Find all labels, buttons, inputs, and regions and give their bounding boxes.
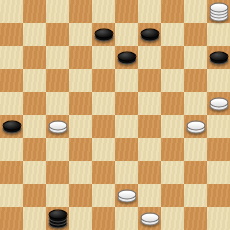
square-r5c5 xyxy=(92,92,115,115)
square-r10c2 xyxy=(23,207,46,230)
square-r9c7 xyxy=(138,184,161,207)
square-46[interactable] xyxy=(0,207,23,230)
square-r7c1 xyxy=(0,138,23,161)
white-man-piece[interactable] xyxy=(186,120,205,133)
black-man-piece[interactable] xyxy=(209,51,228,64)
disc-top xyxy=(209,97,228,107)
black-man-piece[interactable] xyxy=(2,120,21,133)
square-25[interactable] xyxy=(207,92,230,115)
square-r7c9 xyxy=(184,138,207,161)
square-r9c5 xyxy=(92,184,115,207)
square-r2c2 xyxy=(23,23,46,46)
square-34[interactable] xyxy=(161,138,184,161)
square-r8c10 xyxy=(207,161,230,184)
square-47[interactable] xyxy=(46,207,69,230)
draughts-board xyxy=(0,0,230,230)
square-r2c6 xyxy=(115,23,138,46)
square-17[interactable] xyxy=(46,69,69,92)
square-r9c1 xyxy=(0,184,23,207)
square-r10c10 xyxy=(207,207,230,230)
square-r6c8 xyxy=(161,115,184,138)
square-r3c1 xyxy=(0,46,23,69)
black-man-piece[interactable] xyxy=(140,28,159,41)
square-r6c2 xyxy=(23,115,46,138)
square-38[interactable] xyxy=(92,161,115,184)
square-r5c3 xyxy=(46,92,69,115)
square-r5c9 xyxy=(184,92,207,115)
square-31[interactable] xyxy=(23,138,46,161)
square-16[interactable] xyxy=(0,69,23,92)
square-r2c10 xyxy=(207,23,230,46)
square-29[interactable] xyxy=(138,115,161,138)
square-r3c3 xyxy=(46,46,69,69)
white-man-piece[interactable] xyxy=(140,212,159,225)
square-r1c9 xyxy=(184,0,207,23)
square-r6c6 xyxy=(115,115,138,138)
disc-top xyxy=(2,120,21,130)
square-22[interactable] xyxy=(69,92,92,115)
square-r2c8 xyxy=(161,23,184,46)
square-45[interactable] xyxy=(207,184,230,207)
square-r9c3 xyxy=(46,184,69,207)
black-man-piece[interactable] xyxy=(94,28,113,41)
square-r10c6 xyxy=(115,207,138,230)
square-r3c5 xyxy=(92,46,115,69)
square-r8c4 xyxy=(69,161,92,184)
square-r6c4 xyxy=(69,115,92,138)
square-8[interactable] xyxy=(92,23,115,46)
square-32[interactable] xyxy=(69,138,92,161)
square-48[interactable] xyxy=(92,207,115,230)
disc-top xyxy=(140,28,159,38)
square-10[interactable] xyxy=(184,23,207,46)
square-36[interactable] xyxy=(0,161,23,184)
disc-top xyxy=(140,212,159,222)
disc-top xyxy=(186,120,205,130)
square-12[interactable] xyxy=(69,46,92,69)
square-3[interactable] xyxy=(115,0,138,23)
square-r2c4 xyxy=(69,23,92,46)
square-r1c5 xyxy=(92,0,115,23)
square-6[interactable] xyxy=(0,23,23,46)
square-r3c7 xyxy=(138,46,161,69)
square-11[interactable] xyxy=(23,46,46,69)
disc-top xyxy=(94,28,113,38)
disc-top xyxy=(48,209,67,219)
square-23[interactable] xyxy=(115,92,138,115)
square-r4c6 xyxy=(115,69,138,92)
square-44[interactable] xyxy=(161,184,184,207)
square-r1c3 xyxy=(46,0,69,23)
square-r4c4 xyxy=(69,69,92,92)
white-man-piece[interactable] xyxy=(117,189,136,202)
square-9[interactable] xyxy=(138,23,161,46)
disc-top xyxy=(48,120,67,130)
square-21[interactable] xyxy=(23,92,46,115)
square-5[interactable] xyxy=(207,0,230,23)
square-r10c4 xyxy=(69,207,92,230)
white-man-piece[interactable] xyxy=(209,97,228,110)
square-r1c7 xyxy=(138,0,161,23)
square-r8c6 xyxy=(115,161,138,184)
square-1[interactable] xyxy=(23,0,46,23)
square-r8c8 xyxy=(161,161,184,184)
square-r10c8 xyxy=(161,207,184,230)
square-50[interactable] xyxy=(184,207,207,230)
square-r5c1 xyxy=(0,92,23,115)
square-49[interactable] xyxy=(138,207,161,230)
square-r4c10 xyxy=(207,69,230,92)
white-man-piece[interactable] xyxy=(48,120,67,133)
disc-top xyxy=(209,51,228,61)
square-14[interactable] xyxy=(161,46,184,69)
square-r7c5 xyxy=(92,138,115,161)
square-19[interactable] xyxy=(138,69,161,92)
square-28[interactable] xyxy=(92,115,115,138)
square-r9c9 xyxy=(184,184,207,207)
black-king-piece[interactable] xyxy=(48,209,67,228)
square-27[interactable] xyxy=(46,115,69,138)
disc-top xyxy=(209,2,228,12)
black-man-piece[interactable] xyxy=(117,51,136,64)
square-42[interactable] xyxy=(69,184,92,207)
square-r6c10 xyxy=(207,115,230,138)
square-43[interactable] xyxy=(115,184,138,207)
disc-top xyxy=(117,51,136,61)
square-r7c3 xyxy=(46,138,69,161)
square-33[interactable] xyxy=(115,138,138,161)
square-r3c9 xyxy=(184,46,207,69)
square-24[interactable] xyxy=(161,92,184,115)
square-13[interactable] xyxy=(115,46,138,69)
square-r7c7 xyxy=(138,138,161,161)
square-r5c7 xyxy=(138,92,161,115)
square-15[interactable] xyxy=(207,46,230,69)
white-king-piece[interactable] xyxy=(209,2,228,21)
disc-top xyxy=(117,189,136,199)
square-r1c1 xyxy=(0,0,23,23)
square-30[interactable] xyxy=(184,115,207,138)
square-r4c8 xyxy=(161,69,184,92)
square-35[interactable] xyxy=(207,138,230,161)
square-4[interactable] xyxy=(161,0,184,23)
square-2[interactable] xyxy=(69,0,92,23)
square-40[interactable] xyxy=(184,161,207,184)
square-r8c2 xyxy=(23,161,46,184)
square-7[interactable] xyxy=(46,23,69,46)
square-41[interactable] xyxy=(23,184,46,207)
square-26[interactable] xyxy=(0,115,23,138)
square-37[interactable] xyxy=(46,161,69,184)
square-39[interactable] xyxy=(138,161,161,184)
square-r4c2 xyxy=(23,69,46,92)
square-18[interactable] xyxy=(92,69,115,92)
square-20[interactable] xyxy=(184,69,207,92)
